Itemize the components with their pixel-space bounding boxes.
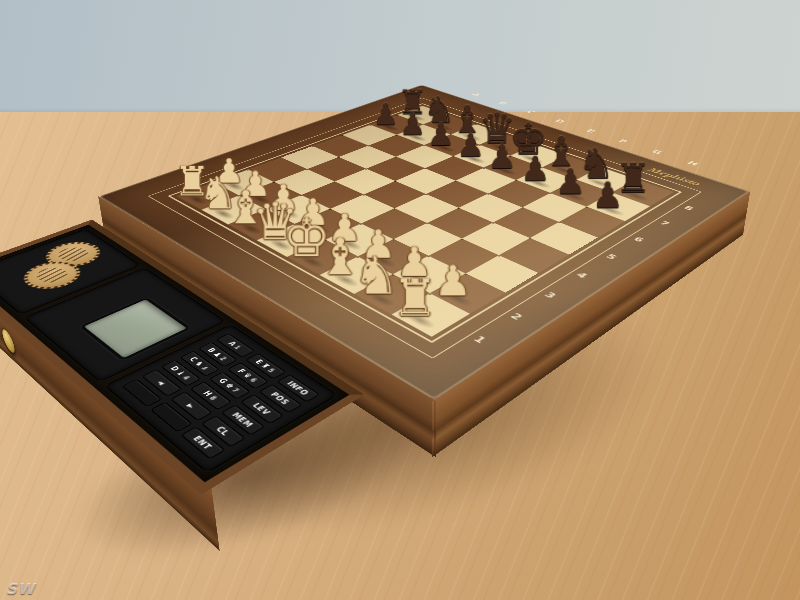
piece-black-pawn[interactable]: ♟ <box>399 109 426 139</box>
piece-white-pawn[interactable]: ♟ <box>434 260 472 302</box>
piece-black-pawn[interactable]: ♟ <box>520 152 550 185</box>
piece-black-pawn[interactable]: ♟ <box>555 164 586 198</box>
piece-black-pawn[interactable]: ♟ <box>427 119 455 150</box>
scene: ♜♞♝♛♚♝♞♜♟♟♟♟♟♟♟♟♟♟♟♟♟♟♟♟♜♞♝♛♚♝♞♜ ABCDEFG… <box>0 0 800 600</box>
watermark: SW <box>6 580 35 598</box>
piece-black-pawn[interactable]: ♟ <box>373 100 399 129</box>
lcd-screen <box>84 299 187 358</box>
piece-black-pawn[interactable]: ♟ <box>592 177 624 212</box>
piece-black-pawn[interactable]: ♟ <box>456 129 484 161</box>
piece-black-pawn[interactable]: ♟ <box>488 140 517 172</box>
coin-emblem <box>31 265 74 286</box>
piece-white-rook[interactable]: ♜ <box>392 272 438 323</box>
